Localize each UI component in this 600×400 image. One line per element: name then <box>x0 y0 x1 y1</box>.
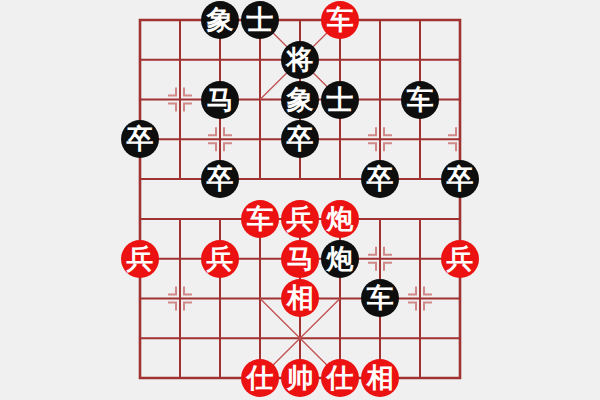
piece-black-rook[interactable]: 车 <box>401 81 439 119</box>
piece-red-king[interactable]: 帅 <box>281 359 319 397</box>
piece-black-horse[interactable]: 马 <box>201 81 239 119</box>
piece-black-pawn[interactable]: 卒 <box>361 160 399 198</box>
piece-red-rook[interactable]: 车 <box>321 1 359 39</box>
piece-red-horse[interactable]: 马 <box>281 240 319 278</box>
piece-red-elephant[interactable]: 相 <box>281 279 319 317</box>
piece-black-elephant[interactable]: 象 <box>281 81 319 119</box>
piece-black-advisor[interactable]: 士 <box>321 81 359 119</box>
piece-red-cannon[interactable]: 炮 <box>321 200 359 238</box>
piece-black-elephant[interactable]: 象 <box>201 1 239 39</box>
xiangqi-screenshot: 象士车将马象士车卒卒卒卒卒车兵炮兵兵马炮兵相车仕帅仕相 <box>0 0 600 400</box>
piece-black-pawn[interactable]: 卒 <box>121 120 159 158</box>
piece-red-advisor[interactable]: 仕 <box>241 359 279 397</box>
piece-red-pawn[interactable]: 兵 <box>441 240 479 278</box>
piece-red-pawn[interactable]: 兵 <box>281 200 319 238</box>
piece-red-elephant[interactable]: 相 <box>361 359 399 397</box>
piece-red-pawn[interactable]: 兵 <box>121 240 159 278</box>
piece-black-cannon[interactable]: 炮 <box>321 240 359 278</box>
piece-red-pawn[interactable]: 兵 <box>201 240 239 278</box>
piece-black-rook[interactable]: 车 <box>361 279 399 317</box>
piece-red-advisor[interactable]: 仕 <box>321 359 359 397</box>
piece-black-king[interactable]: 将 <box>281 41 319 79</box>
piece-red-rook[interactable]: 车 <box>241 200 279 238</box>
piece-black-pawn[interactable]: 卒 <box>281 120 319 158</box>
piece-black-advisor[interactable]: 士 <box>241 1 279 39</box>
piece-black-pawn[interactable]: 卒 <box>441 160 479 198</box>
xiangqi-board: 象士车将马象士车卒卒卒卒卒车兵炮兵兵马炮兵相车仕帅仕相 <box>0 0 600 400</box>
piece-black-pawn[interactable]: 卒 <box>201 160 239 198</box>
